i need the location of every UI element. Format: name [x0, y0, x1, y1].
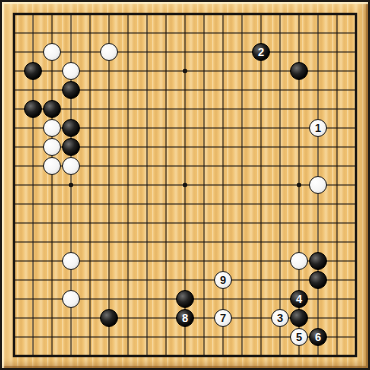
stone-black-move-2: 2 [252, 43, 270, 61]
stone-white [43, 119, 61, 137]
stone-black-move-4: 4 [290, 290, 308, 308]
stone-black-move-6: 6 [309, 328, 327, 346]
stone-black [62, 81, 80, 99]
stone-white [62, 157, 80, 175]
stone-white-move-1: 1 [309, 119, 327, 137]
stone-white [100, 43, 118, 61]
stone-white [43, 43, 61, 61]
stone-white [43, 138, 61, 156]
stone-white [290, 252, 308, 270]
stone-black [176, 290, 194, 308]
stone-black [62, 138, 80, 156]
stone-black [309, 271, 327, 289]
stone-white [62, 290, 80, 308]
stone-white [62, 252, 80, 270]
stone-white [43, 157, 61, 175]
stone-white-move-7: 7 [214, 309, 232, 327]
stone-white [62, 62, 80, 80]
stone-black [43, 100, 61, 118]
stone-black [24, 100, 42, 118]
stone-black [100, 309, 118, 327]
stone-white-move-3: 3 [271, 309, 289, 327]
stone-white [309, 176, 327, 194]
stone-black [290, 309, 308, 327]
stone-white-move-5: 5 [290, 328, 308, 346]
stone-black [62, 119, 80, 137]
stone-black [290, 62, 308, 80]
go-diagram: 219487356 [0, 0, 370, 370]
stone-black-move-8: 8 [176, 309, 194, 327]
go-board[interactable]: 219487356 [0, 0, 370, 370]
stone-black [309, 252, 327, 270]
stone-black [24, 62, 42, 80]
stone-white-move-9: 9 [214, 271, 232, 289]
